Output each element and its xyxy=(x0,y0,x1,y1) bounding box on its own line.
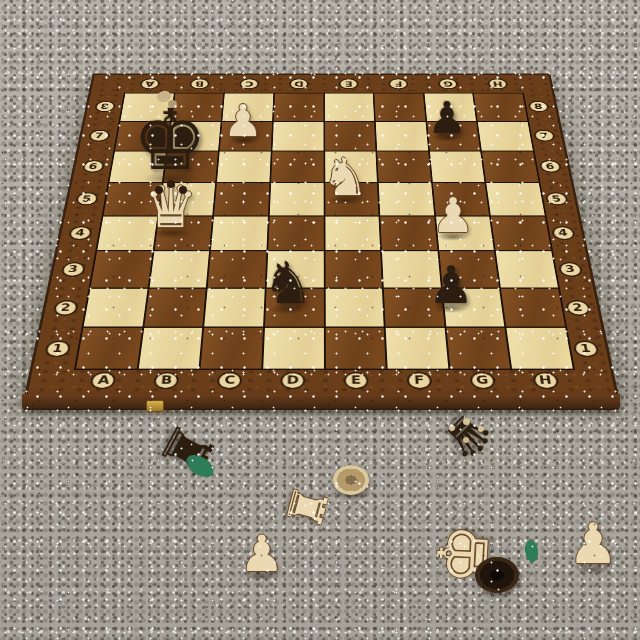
black-king-crown-carving xyxy=(168,100,177,108)
chessboard-photo: ABCDEFGH ABCDEFGH 87654321 87654321 ♟♟♚♞… xyxy=(0,0,640,640)
piece-white-pawn-g4[interactable]: ♟ xyxy=(431,191,474,239)
piece-white-knight-e5[interactable]: ♞ xyxy=(322,151,369,203)
captured-black-queen-lying[interactable]: ♛ xyxy=(433,401,503,471)
black-queen-crown-ball xyxy=(449,425,455,431)
captured-white-pawn-standing-right[interactable]: ♟ xyxy=(568,516,618,572)
piece-black-knight-d2[interactable]: ♞ xyxy=(262,254,314,312)
white-queen-crown-dot xyxy=(155,186,163,194)
piece-black-king-b6[interactable]: ♚ xyxy=(132,98,207,182)
piece-black-pawn-g2[interactable]: ♟ xyxy=(428,259,475,311)
black-queen-crown-ball xyxy=(478,426,484,432)
pieces-layer: ♟♟♚♞♛♟♞♟♜♛♜♟♚♟ xyxy=(0,0,640,640)
black-queen-crown-ball xyxy=(463,437,469,443)
piece-black-pawn-g7[interactable]: ♟ xyxy=(427,96,466,140)
black-queen-crown-ball xyxy=(463,418,470,425)
white-queen-crown-dot xyxy=(179,186,187,194)
captured-white-pawn-standing-left[interactable]: ♟ xyxy=(240,529,285,579)
piece-white-pawn-c7[interactable]: ♟ xyxy=(223,99,262,143)
white-queen-crown-dot xyxy=(167,180,175,188)
captured-white-rook-lying[interactable]: ♜ xyxy=(278,480,336,534)
captured-black-rook-tipped-left[interactable]: ♜ xyxy=(149,413,225,486)
white-king-felt-base xyxy=(523,539,539,563)
